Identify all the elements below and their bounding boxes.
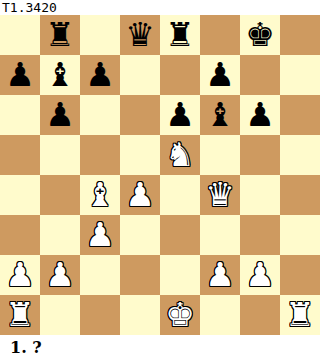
chess-puzzle-window: T1.3420 ♜♛♜♚♟♝♟♟♟♟♝♟♞♝♟♛♟♟♟♟♟♜♚♜ 1. ? [0, 0, 320, 360]
square-e4[interactable] [160, 175, 200, 215]
square-e2[interactable] [160, 255, 200, 295]
puzzle-id-label: T1.3420 [0, 0, 320, 15]
white-pawn: ♟ [205, 255, 235, 295]
black-queen: ♛ [125, 15, 155, 55]
square-c4[interactable]: ♝ [80, 175, 120, 215]
white-queen: ♛ [205, 175, 235, 215]
white-rook: ♜ [5, 295, 35, 335]
white-pawn: ♟ [125, 175, 155, 215]
move-prompt-label: 1. ? [0, 335, 320, 360]
square-f6[interactable]: ♝ [200, 95, 240, 135]
square-a4[interactable] [0, 175, 40, 215]
square-g5[interactable] [240, 135, 280, 175]
black-king: ♚ [245, 15, 275, 55]
square-d6[interactable] [120, 95, 160, 135]
black-pawn: ♟ [85, 55, 115, 95]
square-h4[interactable] [280, 175, 320, 215]
square-e5[interactable]: ♞ [160, 135, 200, 175]
square-b3[interactable] [40, 215, 80, 255]
black-pawn: ♟ [5, 55, 35, 95]
square-d4[interactable]: ♟ [120, 175, 160, 215]
square-h8[interactable] [280, 15, 320, 55]
square-c3[interactable]: ♟ [80, 215, 120, 255]
black-rook: ♜ [165, 15, 195, 55]
square-f3[interactable] [200, 215, 240, 255]
square-a2[interactable]: ♟ [0, 255, 40, 295]
square-d3[interactable] [120, 215, 160, 255]
white-pawn: ♟ [85, 215, 115, 255]
square-h3[interactable] [280, 215, 320, 255]
square-f7[interactable]: ♟ [200, 55, 240, 95]
square-b4[interactable] [40, 175, 80, 215]
black-bishop: ♝ [45, 55, 75, 95]
square-b2[interactable]: ♟ [40, 255, 80, 295]
square-b7[interactable]: ♝ [40, 55, 80, 95]
white-pawn: ♟ [5, 255, 35, 295]
square-g3[interactable] [240, 215, 280, 255]
black-pawn: ♟ [205, 55, 235, 95]
white-bishop: ♝ [85, 175, 115, 215]
square-c8[interactable] [80, 15, 120, 55]
square-d2[interactable] [120, 255, 160, 295]
square-h6[interactable] [280, 95, 320, 135]
square-a5[interactable] [0, 135, 40, 175]
square-g8[interactable]: ♚ [240, 15, 280, 55]
square-e6[interactable]: ♟ [160, 95, 200, 135]
square-e3[interactable] [160, 215, 200, 255]
square-f4[interactable]: ♛ [200, 175, 240, 215]
square-f8[interactable] [200, 15, 240, 55]
white-pawn: ♟ [245, 255, 275, 295]
square-h7[interactable] [280, 55, 320, 95]
square-h2[interactable] [280, 255, 320, 295]
square-a8[interactable] [0, 15, 40, 55]
square-b8[interactable]: ♜ [40, 15, 80, 55]
black-bishop: ♝ [205, 95, 235, 135]
square-h1[interactable]: ♜ [280, 295, 320, 335]
chess-board: ♜♛♜♚♟♝♟♟♟♟♝♟♞♝♟♛♟♟♟♟♟♜♚♜ [0, 15, 320, 335]
square-d1[interactable] [120, 295, 160, 335]
black-rook: ♜ [45, 15, 75, 55]
square-h5[interactable] [280, 135, 320, 175]
square-f2[interactable]: ♟ [200, 255, 240, 295]
square-g7[interactable] [240, 55, 280, 95]
square-f5[interactable] [200, 135, 240, 175]
square-a6[interactable] [0, 95, 40, 135]
square-e1[interactable]: ♚ [160, 295, 200, 335]
square-g4[interactable] [240, 175, 280, 215]
square-e7[interactable] [160, 55, 200, 95]
square-d7[interactable] [120, 55, 160, 95]
square-e8[interactable]: ♜ [160, 15, 200, 55]
black-pawn: ♟ [165, 95, 195, 135]
black-pawn: ♟ [245, 95, 275, 135]
white-pawn: ♟ [45, 255, 75, 295]
black-pawn: ♟ [45, 95, 75, 135]
white-knight: ♞ [165, 135, 195, 175]
square-c5[interactable] [80, 135, 120, 175]
square-c1[interactable] [80, 295, 120, 335]
square-c6[interactable] [80, 95, 120, 135]
square-d8[interactable]: ♛ [120, 15, 160, 55]
square-g6[interactable]: ♟ [240, 95, 280, 135]
square-b5[interactable] [40, 135, 80, 175]
square-f1[interactable] [200, 295, 240, 335]
square-a7[interactable]: ♟ [0, 55, 40, 95]
square-a3[interactable] [0, 215, 40, 255]
square-b1[interactable] [40, 295, 80, 335]
square-c7[interactable]: ♟ [80, 55, 120, 95]
square-a1[interactable]: ♜ [0, 295, 40, 335]
white-rook: ♜ [285, 295, 315, 335]
white-king: ♚ [165, 295, 195, 335]
square-g1[interactable] [240, 295, 280, 335]
square-d5[interactable] [120, 135, 160, 175]
square-g2[interactable]: ♟ [240, 255, 280, 295]
square-c2[interactable] [80, 255, 120, 295]
square-b6[interactable]: ♟ [40, 95, 80, 135]
